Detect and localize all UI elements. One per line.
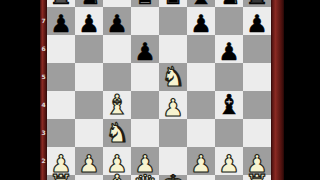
square-e5[interactable]: ♞ (159, 63, 187, 91)
white-pawn[interactable]: ♟ (159, 94, 187, 122)
square-b6[interactable] (75, 35, 103, 63)
square-g1[interactable] (215, 175, 243, 180)
square-f6[interactable] (187, 35, 215, 63)
square-a7[interactable]: ♟ (47, 7, 75, 35)
square-a8[interactable]: ♜ (47, 0, 75, 7)
square-b2[interactable]: ♟ (75, 147, 103, 175)
black-pawn[interactable]: ♟ (103, 10, 131, 38)
square-g2[interactable]: ♟ (215, 147, 243, 175)
square-e1[interactable]: ♚ (159, 175, 187, 180)
square-d8[interactable]: ♛ (131, 0, 159, 7)
square-e6[interactable] (159, 35, 187, 63)
square-g5[interactable] (215, 63, 243, 91)
square-e3[interactable] (159, 119, 187, 147)
rank-label-7: 7 (40, 18, 47, 24)
square-a1[interactable]: ♜ (47, 175, 75, 180)
white-bishop[interactable]: ♝ (103, 91, 131, 119)
square-g3[interactable] (215, 119, 243, 147)
square-h7[interactable]: ♟ (243, 7, 271, 35)
square-h5[interactable] (243, 63, 271, 91)
video-frame: 87654321 ♜♞♛♚♝♞♜♟♟♟♟♟♟♟♞♝♟♝♞♟♟♟♟♟♟♟♜♝♛♚♜ (0, 0, 320, 180)
square-f8[interactable]: ♝ (187, 0, 215, 7)
square-c1[interactable]: ♝ (103, 175, 131, 180)
square-h3[interactable] (243, 119, 271, 147)
square-f4[interactable] (187, 91, 215, 119)
black-bishop[interactable]: ♝ (215, 91, 243, 119)
black-pawn[interactable]: ♟ (75, 10, 103, 38)
white-rook[interactable]: ♜ (47, 171, 75, 180)
square-c8[interactable] (103, 0, 131, 7)
rank-label-5: 5 (40, 74, 47, 80)
square-b7[interactable]: ♟ (75, 7, 103, 35)
black-pawn[interactable]: ♟ (131, 38, 159, 66)
square-a4[interactable] (47, 91, 75, 119)
black-pawn[interactable]: ♟ (243, 10, 271, 38)
square-b1[interactable] (75, 175, 103, 180)
square-d5[interactable] (131, 63, 159, 91)
white-knight[interactable]: ♞ (103, 119, 131, 147)
square-e7[interactable] (159, 7, 187, 35)
square-g4[interactable]: ♝ (215, 91, 243, 119)
square-b8[interactable]: ♞ (75, 0, 103, 7)
white-rook[interactable]: ♜ (243, 171, 271, 180)
square-f3[interactable] (187, 119, 215, 147)
square-h4[interactable] (243, 91, 271, 119)
square-h8[interactable]: ♜ (243, 0, 271, 7)
square-g6[interactable]: ♟ (215, 35, 243, 63)
square-d6[interactable]: ♟ (131, 35, 159, 63)
white-king[interactable]: ♚ (159, 171, 187, 180)
white-queen[interactable]: ♛ (131, 171, 159, 180)
square-b5[interactable] (75, 63, 103, 91)
square-g8[interactable]: ♞ (215, 0, 243, 7)
square-d7[interactable] (131, 7, 159, 35)
board-frame-left: 87654321 (40, 0, 47, 180)
rank-label-4: 4 (40, 102, 47, 108)
square-c5[interactable] (103, 63, 131, 91)
square-c3[interactable]: ♞ (103, 119, 131, 147)
square-a5[interactable] (47, 63, 75, 91)
square-a3[interactable] (47, 119, 75, 147)
board-frame-right (271, 0, 284, 180)
white-pawn[interactable]: ♟ (75, 150, 103, 178)
black-pawn[interactable]: ♟ (215, 38, 243, 66)
square-c4[interactable]: ♝ (103, 91, 131, 119)
square-g7[interactable] (215, 7, 243, 35)
square-f5[interactable] (187, 63, 215, 91)
white-bishop[interactable]: ♝ (103, 171, 131, 180)
square-b4[interactable] (75, 91, 103, 119)
white-knight[interactable]: ♞ (159, 63, 187, 91)
rank-label-6: 6 (40, 46, 47, 52)
black-pawn[interactable]: ♟ (187, 10, 215, 38)
black-pawn[interactable]: ♟ (47, 10, 75, 38)
square-f7[interactable]: ♟ (187, 7, 215, 35)
square-d3[interactable] (131, 119, 159, 147)
square-f1[interactable] (187, 175, 215, 180)
square-a6[interactable] (47, 35, 75, 63)
rank-label-2: 2 (40, 158, 47, 164)
square-h6[interactable] (243, 35, 271, 63)
square-d1[interactable]: ♛ (131, 175, 159, 180)
white-pawn[interactable]: ♟ (187, 150, 215, 178)
square-b3[interactable] (75, 119, 103, 147)
chess-board: ♜♞♛♚♝♞♜♟♟♟♟♟♟♟♞♝♟♝♞♟♟♟♟♟♟♟♜♝♛♚♜ (47, 0, 271, 180)
square-c7[interactable]: ♟ (103, 7, 131, 35)
square-e8[interactable]: ♚ (159, 0, 187, 7)
white-pawn[interactable]: ♟ (215, 150, 243, 178)
square-d4[interactable] (131, 91, 159, 119)
square-e4[interactable]: ♟ (159, 91, 187, 119)
rank-label-3: 3 (40, 130, 47, 136)
square-h1[interactable]: ♜ (243, 175, 271, 180)
square-f2[interactable]: ♟ (187, 147, 215, 175)
square-c6[interactable] (103, 35, 131, 63)
